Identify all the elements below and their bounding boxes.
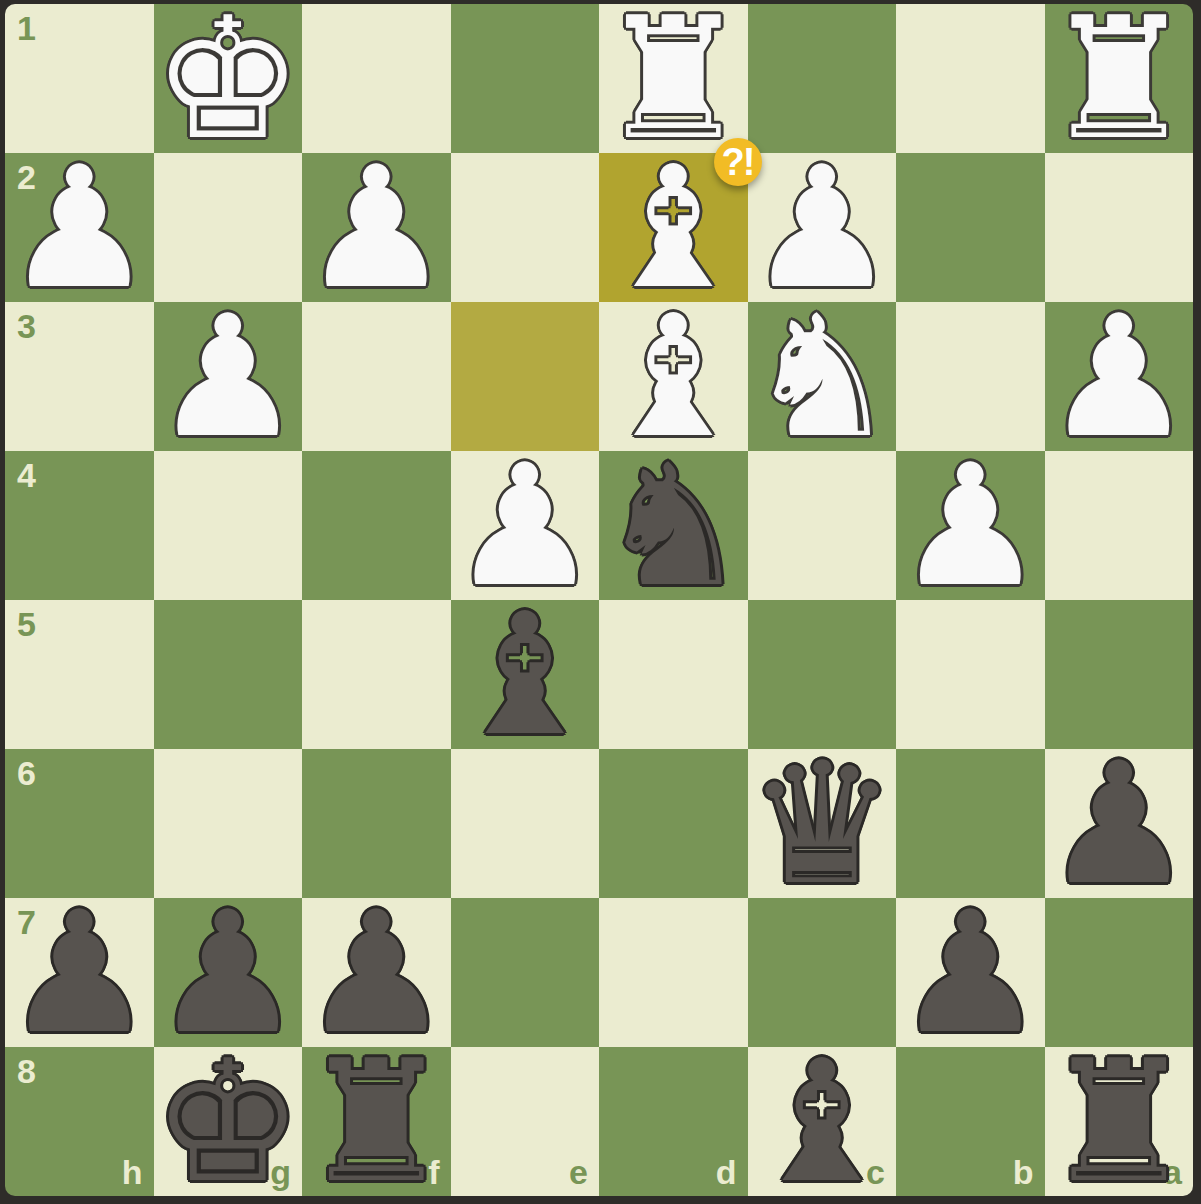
square-g1[interactable]: ♚ xyxy=(154,4,303,153)
square-h3[interactable]: 3 xyxy=(5,302,154,451)
rank-label-5: 5 xyxy=(17,607,36,641)
square-b7[interactable]: ♟ xyxy=(896,898,1045,1047)
rank-label-6: 6 xyxy=(17,756,36,790)
square-a6[interactable]: ♟ xyxy=(1045,749,1194,898)
square-e7[interactable] xyxy=(451,898,600,1047)
square-d6[interactable] xyxy=(599,749,748,898)
black-rook-a8[interactable]: ♜ xyxy=(1045,1047,1194,1196)
square-d8[interactable]: d xyxy=(599,1047,748,1196)
square-f3[interactable] xyxy=(302,302,451,451)
square-e1[interactable] xyxy=(451,4,600,153)
board-frame: 1♚♜♜2♟♟♝♟3♟♝♞♟4♟♞♟5♝6♛♟7♟♟♟♟8hg♚f♜edc♝ba… xyxy=(0,0,1201,1204)
square-f2[interactable]: ♟ xyxy=(302,153,451,302)
square-a3[interactable]: ♟ xyxy=(1045,302,1194,451)
square-f4[interactable] xyxy=(302,451,451,600)
square-g8[interactable]: g♚ xyxy=(154,1047,303,1196)
square-c4[interactable] xyxy=(748,451,897,600)
black-knight-d4[interactable]: ♞ xyxy=(599,451,748,600)
move-classification-badge: ?! xyxy=(714,138,762,186)
square-b4[interactable]: ♟ xyxy=(896,451,1045,600)
white-pawn-f2[interactable]: ♟ xyxy=(302,153,451,302)
black-pawn-h7[interactable]: ♟ xyxy=(5,898,154,1047)
rank-label-8: 8 xyxy=(17,1054,36,1088)
white-rook-a1[interactable]: ♜ xyxy=(1045,4,1194,153)
square-e8[interactable]: e xyxy=(451,1047,600,1196)
square-c3[interactable]: ♞ xyxy=(748,302,897,451)
square-b1[interactable] xyxy=(896,4,1045,153)
square-b8[interactable]: b xyxy=(896,1047,1045,1196)
square-d4[interactable]: ♞ xyxy=(599,451,748,600)
file-label-h: h xyxy=(122,1155,143,1189)
square-h4[interactable]: 4 xyxy=(5,451,154,600)
black-pawn-a6[interactable]: ♟ xyxy=(1045,749,1194,898)
square-h5[interactable]: 5 xyxy=(5,600,154,749)
white-pawn-b4[interactable]: ♟ xyxy=(896,451,1045,600)
square-e5[interactable]: ♝ xyxy=(451,600,600,749)
square-d7[interactable] xyxy=(599,898,748,1047)
black-pawn-b7[interactable]: ♟ xyxy=(896,898,1045,1047)
square-f5[interactable] xyxy=(302,600,451,749)
file-label-d: d xyxy=(716,1155,737,1189)
black-queen-c6[interactable]: ♛ xyxy=(748,749,897,898)
square-g5[interactable] xyxy=(154,600,303,749)
square-b5[interactable] xyxy=(896,600,1045,749)
black-king-g8[interactable]: ♚ xyxy=(154,1047,303,1196)
square-h8[interactable]: 8h xyxy=(5,1047,154,1196)
black-bishop-c8[interactable]: ♝ xyxy=(748,1047,897,1196)
square-d5[interactable] xyxy=(599,600,748,749)
square-g4[interactable] xyxy=(154,451,303,600)
square-a1[interactable]: ♜ xyxy=(1045,4,1194,153)
white-knight-c3[interactable]: ♞ xyxy=(748,302,897,451)
rank-label-4: 4 xyxy=(17,458,36,492)
square-a4[interactable] xyxy=(1045,451,1194,600)
black-rook-f8[interactable]: ♜ xyxy=(302,1047,451,1196)
square-g3[interactable]: ♟ xyxy=(154,302,303,451)
white-pawn-g3[interactable]: ♟ xyxy=(154,302,303,451)
white-king-g1[interactable]: ♚ xyxy=(154,4,303,153)
rank-label-3: 3 xyxy=(17,309,36,343)
file-label-e: e xyxy=(569,1155,588,1189)
square-c6[interactable]: ♛ xyxy=(748,749,897,898)
white-pawn-h2[interactable]: ♟ xyxy=(5,153,154,302)
square-f8[interactable]: f♜ xyxy=(302,1047,451,1196)
square-e6[interactable] xyxy=(451,749,600,898)
square-e2[interactable] xyxy=(451,153,600,302)
rank-label-1: 1 xyxy=(17,11,36,45)
file-label-b: b xyxy=(1013,1155,1034,1189)
black-bishop-e5[interactable]: ♝ xyxy=(451,600,600,749)
white-pawn-a3[interactable]: ♟ xyxy=(1045,302,1194,451)
square-h2[interactable]: 2♟ xyxy=(5,153,154,302)
square-b2[interactable] xyxy=(896,153,1045,302)
chess-board: 1♚♜♜2♟♟♝♟3♟♝♞♟4♟♞♟5♝6♛♟7♟♟♟♟8hg♚f♜edc♝ba… xyxy=(5,4,1193,1196)
square-a8[interactable]: a♜ xyxy=(1045,1047,1194,1196)
square-c8[interactable]: c♝ xyxy=(748,1047,897,1196)
square-h7[interactable]: 7♟ xyxy=(5,898,154,1047)
